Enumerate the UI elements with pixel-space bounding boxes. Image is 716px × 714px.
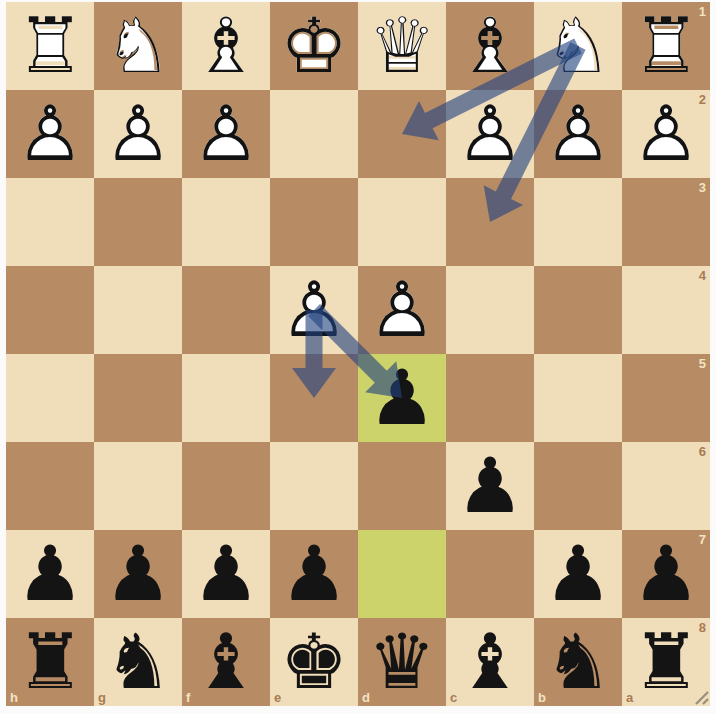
white-pawn[interactable]: ♟♙	[270, 266, 358, 354]
square-f5[interactable]	[182, 354, 270, 442]
white-piece-outline: ♙	[6, 90, 94, 178]
white-pawn[interactable]: ♟♙	[534, 90, 622, 178]
square-c2[interactable]: ♟♙	[446, 90, 534, 178]
square-c4[interactable]	[446, 266, 534, 354]
square-d6[interactable]	[358, 442, 446, 530]
white-piece-outline: ♔	[270, 2, 358, 90]
square-g4[interactable]	[94, 266, 182, 354]
square-d7[interactable]	[358, 530, 446, 618]
white-bishop[interactable]: ♝♗	[182, 2, 270, 90]
square-f6[interactable]	[182, 442, 270, 530]
rank-label-7: 7	[699, 532, 706, 547]
white-bishop[interactable]: ♝♗	[446, 2, 534, 90]
square-e4[interactable]: ♟♙	[270, 266, 358, 354]
white-pawn[interactable]: ♟♙	[622, 90, 710, 178]
square-a5[interactable]: 5	[622, 354, 710, 442]
square-d4[interactable]: ♟♙	[358, 266, 446, 354]
white-pawn[interactable]: ♟♙	[358, 266, 446, 354]
rank-label-3: 3	[699, 180, 706, 195]
square-a2[interactable]: ♟♙2	[622, 90, 710, 178]
square-f7[interactable]: ♟	[182, 530, 270, 618]
black-pawn[interactable]: ♟	[94, 530, 182, 618]
square-b8[interactable]: ♞b	[534, 618, 622, 706]
white-piece-outline: ♙	[622, 90, 710, 178]
white-piece-outline: ♙	[358, 266, 446, 354]
square-c3[interactable]	[446, 178, 534, 266]
file-label-c: c	[450, 690, 457, 705]
white-piece-outline: ♙	[270, 266, 358, 354]
square-e6[interactable]	[270, 442, 358, 530]
white-piece-outline: ♖	[6, 2, 94, 90]
square-h7[interactable]: ♟	[6, 530, 94, 618]
square-a4[interactable]: 4	[622, 266, 710, 354]
square-c7[interactable]	[446, 530, 534, 618]
square-f3[interactable]	[182, 178, 270, 266]
square-d3[interactable]	[358, 178, 446, 266]
black-rook[interactable]: ♜	[622, 618, 710, 706]
file-label-f: f	[186, 690, 190, 705]
file-label-a: a	[626, 690, 633, 705]
white-piece-outline: ♘	[534, 2, 622, 90]
square-d2[interactable]	[358, 90, 446, 178]
white-knight[interactable]: ♞♘	[94, 2, 182, 90]
square-a3[interactable]: 3	[622, 178, 710, 266]
black-king[interactable]: ♚	[270, 618, 358, 706]
white-piece-outline: ♙	[94, 90, 182, 178]
square-e1[interactable]: ♚♔	[270, 2, 358, 90]
rank-label-8: 8	[699, 620, 706, 635]
white-piece-outline: ♘	[94, 2, 182, 90]
white-knight[interactable]: ♞♘	[534, 2, 622, 90]
square-g1[interactable]: ♞♘	[94, 2, 182, 90]
rank-label-4: 4	[699, 268, 706, 283]
rank-label-5: 5	[699, 356, 706, 371]
square-g5[interactable]	[94, 354, 182, 442]
square-e7[interactable]: ♟	[270, 530, 358, 618]
black-knight[interactable]: ♞	[534, 618, 622, 706]
square-b7[interactable]: ♟	[534, 530, 622, 618]
square-h3[interactable]	[6, 178, 94, 266]
file-label-g: g	[98, 690, 106, 705]
black-pawn[interactable]: ♟	[6, 530, 94, 618]
chess-board: ♜♖♞♘♝♗♚♔♛♕♝♗♞♘♜♖1♟♙♟♙♟♙♟♙♟♙♟♙23♟♙♟♙4♟5♟6…	[6, 2, 710, 706]
square-c8[interactable]: ♝c	[446, 618, 534, 706]
square-f2[interactable]: ♟♙	[182, 90, 270, 178]
white-piece-outline: ♗	[446, 2, 534, 90]
black-bishop[interactable]: ♝	[182, 618, 270, 706]
square-f1[interactable]: ♝♗	[182, 2, 270, 90]
square-b1[interactable]: ♞♘	[534, 2, 622, 90]
black-bishop[interactable]: ♝	[446, 618, 534, 706]
file-label-e: e	[274, 690, 281, 705]
white-rook[interactable]: ♜♖	[622, 2, 710, 90]
square-e5[interactable]	[270, 354, 358, 442]
white-piece-outline: ♕	[358, 2, 446, 90]
black-pawn[interactable]: ♟	[622, 530, 710, 618]
square-h1[interactable]: ♜♖	[6, 2, 94, 90]
rank-label-1: 1	[699, 4, 706, 19]
square-f4[interactable]	[182, 266, 270, 354]
square-b3[interactable]	[534, 178, 622, 266]
file-label-b: b	[538, 690, 546, 705]
square-g6[interactable]	[94, 442, 182, 530]
square-d8[interactable]: ♛d	[358, 618, 446, 706]
square-c6[interactable]: ♟	[446, 442, 534, 530]
square-h5[interactable]	[6, 354, 94, 442]
white-piece-outline: ♗	[182, 2, 270, 90]
rank-label-6: 6	[699, 444, 706, 459]
square-d1[interactable]: ♛♕	[358, 2, 446, 90]
white-piece-outline: ♖	[622, 2, 710, 90]
square-e3[interactable]	[270, 178, 358, 266]
black-pawn[interactable]: ♟	[534, 530, 622, 618]
square-a6[interactable]: 6	[622, 442, 710, 530]
white-king[interactable]: ♚♔	[270, 2, 358, 90]
square-c5[interactable]	[446, 354, 534, 442]
file-label-h: h	[10, 690, 18, 705]
square-h6[interactable]	[6, 442, 94, 530]
white-rook[interactable]: ♜♖	[6, 2, 94, 90]
rank-label-2: 2	[699, 92, 706, 107]
square-c1[interactable]: ♝♗	[446, 2, 534, 90]
square-h8[interactable]: ♜h	[6, 618, 94, 706]
black-pawn[interactable]: ♟	[270, 530, 358, 618]
square-g8[interactable]: ♞g	[94, 618, 182, 706]
square-g2[interactable]: ♟♙	[94, 90, 182, 178]
white-piece-outline: ♙	[446, 90, 534, 178]
square-h4[interactable]	[6, 266, 94, 354]
black-knight[interactable]: ♞	[94, 618, 182, 706]
square-b4[interactable]	[534, 266, 622, 354]
file-label-d: d	[362, 690, 370, 705]
square-a1[interactable]: ♜♖1	[622, 2, 710, 90]
white-piece-outline: ♙	[534, 90, 622, 178]
square-h2[interactable]: ♟♙	[6, 90, 94, 178]
black-pawn[interactable]: ♟	[182, 530, 270, 618]
square-e2[interactable]	[270, 90, 358, 178]
white-pawn[interactable]: ♟♙	[182, 90, 270, 178]
square-f8[interactable]: ♝f	[182, 618, 270, 706]
square-g7[interactable]: ♟	[94, 530, 182, 618]
black-pawn[interactable]: ♟	[446, 442, 534, 530]
square-g3[interactable]	[94, 178, 182, 266]
square-b2[interactable]: ♟♙	[534, 90, 622, 178]
square-b6[interactable]	[534, 442, 622, 530]
board-frame: ♜♖♞♘♝♗♚♔♛♕♝♗♞♘♜♖1♟♙♟♙♟♙♟♙♟♙♟♙23♟♙♟♙4♟5♟6…	[0, 0, 716, 714]
white-queen[interactable]: ♛♕	[358, 2, 446, 90]
black-pawn[interactable]: ♟	[358, 354, 446, 442]
square-a8[interactable]: ♜8a	[622, 618, 710, 706]
white-piece-outline: ♙	[182, 90, 270, 178]
white-pawn[interactable]: ♟♙	[446, 90, 534, 178]
black-queen[interactable]: ♛	[358, 618, 446, 706]
square-b5[interactable]	[534, 354, 622, 442]
black-rook[interactable]: ♜	[6, 618, 94, 706]
white-pawn[interactable]: ♟♙	[6, 90, 94, 178]
white-pawn[interactable]: ♟♙	[94, 90, 182, 178]
square-d5[interactable]: ♟	[358, 354, 446, 442]
square-e8[interactable]: ♚e	[270, 618, 358, 706]
square-a7[interactable]: ♟7	[622, 530, 710, 618]
